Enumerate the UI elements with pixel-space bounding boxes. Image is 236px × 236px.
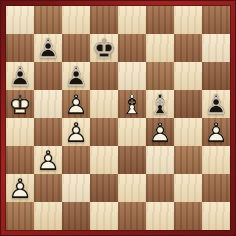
square-g7[interactable]	[174, 34, 202, 62]
square-g1[interactable]	[174, 202, 202, 230]
black-pawn: ♟♙	[6, 62, 34, 90]
square-e5[interactable]: ♝♗	[118, 90, 146, 118]
square-d6[interactable]	[90, 62, 118, 90]
square-h3[interactable]	[202, 146, 230, 174]
square-a5[interactable]: ♚♔	[6, 90, 34, 118]
square-f3[interactable]	[146, 146, 174, 174]
square-b7[interactable]: ♟♙	[34, 34, 62, 62]
square-d8[interactable]	[90, 6, 118, 34]
square-b3[interactable]: ♟♙	[34, 146, 62, 174]
square-e3[interactable]	[118, 146, 146, 174]
square-d1[interactable]	[90, 202, 118, 230]
square-c7[interactable]	[62, 34, 90, 62]
chess-board: ♟♙♚♔♟♙♟♙♚♔♟♙♝♗♝♗♟♙♟♙♟♙♟♙♟♙♟♙	[6, 6, 230, 230]
square-a3[interactable]	[6, 146, 34, 174]
square-g3[interactable]	[174, 146, 202, 174]
square-f2[interactable]	[146, 174, 174, 202]
square-d2[interactable]	[90, 174, 118, 202]
black-king: ♚♔	[90, 34, 118, 62]
square-d4[interactable]	[90, 118, 118, 146]
square-d3[interactable]	[90, 146, 118, 174]
square-b1[interactable]	[34, 202, 62, 230]
square-c2[interactable]	[62, 174, 90, 202]
square-a1[interactable]	[6, 202, 34, 230]
square-c8[interactable]	[62, 6, 90, 34]
black-bishop: ♝♗	[146, 90, 174, 118]
white-pawn: ♟♙	[6, 174, 34, 202]
white-pawn: ♟♙	[34, 146, 62, 174]
square-g8[interactable]	[174, 6, 202, 34]
black-pawn: ♟♙	[34, 34, 62, 62]
square-b2[interactable]	[34, 174, 62, 202]
square-g5[interactable]	[174, 90, 202, 118]
square-a6[interactable]: ♟♙	[6, 62, 34, 90]
square-d7[interactable]: ♚♔	[90, 34, 118, 62]
white-pawn: ♟♙	[62, 90, 90, 118]
square-a2[interactable]: ♟♙	[6, 174, 34, 202]
square-f4[interactable]: ♟♙	[146, 118, 174, 146]
square-d5[interactable]	[90, 90, 118, 118]
square-e1[interactable]	[118, 202, 146, 230]
square-g6[interactable]	[174, 62, 202, 90]
white-king: ♚♔	[6, 90, 34, 118]
square-a8[interactable]	[6, 6, 34, 34]
square-f5[interactable]: ♝♗	[146, 90, 174, 118]
square-b8[interactable]	[34, 6, 62, 34]
white-pawn: ♟♙	[62, 118, 90, 146]
square-c1[interactable]	[62, 202, 90, 230]
square-h6[interactable]	[202, 62, 230, 90]
square-c3[interactable]	[62, 146, 90, 174]
square-a7[interactable]	[6, 34, 34, 62]
square-a4[interactable]	[6, 118, 34, 146]
square-h2[interactable]	[202, 174, 230, 202]
square-f1[interactable]	[146, 202, 174, 230]
square-e8[interactable]	[118, 6, 146, 34]
square-c5[interactable]: ♟♙	[62, 90, 90, 118]
white-pawn: ♟♙	[202, 118, 230, 146]
square-h5[interactable]: ♟♙	[202, 90, 230, 118]
square-f6[interactable]	[146, 62, 174, 90]
square-b5[interactable]	[34, 90, 62, 118]
square-g4[interactable]	[174, 118, 202, 146]
square-g2[interactable]	[174, 174, 202, 202]
black-pawn: ♟♙	[202, 90, 230, 118]
black-pawn: ♟♙	[62, 62, 90, 90]
white-bishop: ♝♗	[118, 90, 146, 118]
square-h1[interactable]	[202, 202, 230, 230]
square-f7[interactable]	[146, 34, 174, 62]
square-h7[interactable]	[202, 34, 230, 62]
white-pawn: ♟♙	[146, 118, 174, 146]
square-c6[interactable]: ♟♙	[62, 62, 90, 90]
square-f8[interactable]	[146, 6, 174, 34]
square-e6[interactable]	[118, 62, 146, 90]
square-e2[interactable]	[118, 174, 146, 202]
square-c4[interactable]: ♟♙	[62, 118, 90, 146]
square-h4[interactable]: ♟♙	[202, 118, 230, 146]
square-e4[interactable]	[118, 118, 146, 146]
square-e7[interactable]	[118, 34, 146, 62]
square-h8[interactable]	[202, 6, 230, 34]
square-b4[interactable]	[34, 118, 62, 146]
square-b6[interactable]	[34, 62, 62, 90]
board-frame: ♟♙♚♔♟♙♟♙♚♔♟♙♝♗♝♗♟♙♟♙♟♙♟♙♟♙♟♙	[0, 0, 236, 236]
